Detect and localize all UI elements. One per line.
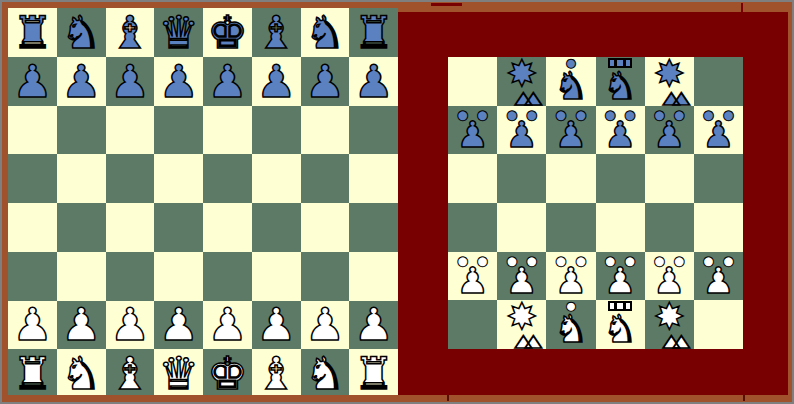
piece-white-double-headed-pawn[interactable]: ●●♟ [546,252,595,301]
square-b3[interactable] [497,203,546,252]
frame-notch [743,395,745,401]
piece-blue-pawn[interactable]: ♟ [301,57,350,106]
piece-part: ♛ [154,8,203,57]
frame-bottom-band [2,395,792,401]
piece-blue-pawn[interactable]: ♟ [8,57,57,106]
square-a7[interactable]: ♟ [8,57,57,106]
square-d6[interactable] [154,106,203,155]
square-f4[interactable] [694,154,743,203]
square-d3[interactable] [154,252,203,301]
square-a8[interactable]: ♜ [8,8,57,57]
piece-part: ▲▲ [636,333,702,349]
piece-part: ♞ [546,67,595,105]
square-d3[interactable] [596,203,645,252]
square-g4[interactable] [301,203,350,252]
square-b6[interactable]: ✸▲▲ [497,57,546,106]
square-c3[interactable] [106,252,155,301]
piece-blue-pawn[interactable]: ♟ [57,57,106,106]
piece-blue-archbishop-knight[interactable]: ♞● [546,57,595,106]
square-b1[interactable]: ✸▲▲ [497,300,546,349]
square-h3[interactable] [349,252,398,301]
square-c2[interactable]: ●●♟ [546,252,595,301]
piece-part: ♛ [154,349,203,398]
piece-white-pawn[interactable]: ♟ [154,301,203,350]
piece-blue-double-headed-pawn[interactable]: ●●♟ [694,106,743,155]
square-a3[interactable] [8,252,57,301]
square-d4[interactable] [154,203,203,252]
piece-blue-knight[interactable]: ♞ [301,8,350,57]
piece-white-pawn[interactable]: ♟ [349,301,398,350]
square-a3[interactable] [448,203,497,252]
square-b6[interactable] [57,106,106,155]
square-h2[interactable]: ♟ [349,301,398,350]
square-c8[interactable]: ♝ [106,8,155,57]
square-d5[interactable] [154,154,203,203]
square-e1[interactable]: ♚ [203,349,252,398]
piece-part: ♜ [8,8,57,57]
piece-part: ● [566,300,576,312]
rook-crown [608,58,632,68]
square-f5[interactable]: ●●♟ [694,106,743,155]
piece-white-rook[interactable]: ♜ [349,349,398,398]
square-f4[interactable] [252,203,301,252]
square-h5[interactable] [349,154,398,203]
square-a1[interactable]: ♜ [8,349,57,398]
square-f2[interactable]: ♟ [252,301,301,350]
piece-part: ✸ [645,56,694,92]
piece-part: ♚ [203,8,252,57]
frame-notch [447,395,449,401]
piece-blue-pawn[interactable]: ♟ [203,57,252,106]
piece-blue-pawn[interactable]: ♟ [106,57,155,106]
piece-white-pawn[interactable]: ♟ [252,301,301,350]
square-g6[interactable] [301,106,350,155]
square-h7[interactable]: ♟ [349,57,398,106]
square-b5[interactable] [57,154,106,203]
square-f7[interactable]: ♟ [252,57,301,106]
square-c4[interactable] [106,203,155,252]
square-b3[interactable] [57,252,106,301]
piece-white-star-piece[interactable]: ✸▲▲ [645,300,694,349]
piece-part: ♜ [349,349,398,398]
square-c1[interactable]: ♞● [546,300,595,349]
piece-blue-star-piece[interactable]: ✸▲▲ [645,57,694,106]
square-g3[interactable] [301,252,350,301]
square-g5[interactable] [301,154,350,203]
piece-part: ♝ [252,349,301,398]
square-g7[interactable]: ♟ [301,57,350,106]
square-d7[interactable]: ♟ [154,57,203,106]
piece-part: ● [566,57,576,69]
piece-blue-rook[interactable]: ♜ [8,8,57,57]
square-e4[interactable] [203,203,252,252]
square-c5[interactable] [106,154,155,203]
square-e2[interactable]: ♟ [203,301,252,350]
square-d1[interactable]: ♛ [154,349,203,398]
square-h8[interactable]: ♜ [349,8,398,57]
piece-white-double-headed-pawn[interactable]: ●●♟ [497,252,546,301]
piece-part: ♟ [57,57,106,106]
piece-blue-double-headed-pawn[interactable]: ●●♟ [645,106,694,155]
square-c5[interactable]: ●●♟ [546,106,595,155]
square-d5[interactable]: ●●♟ [596,106,645,155]
square-b5[interactable]: ●●♟ [497,106,546,155]
square-d2[interactable]: ●●♟ [596,252,645,301]
piece-part: ♞ [57,349,106,398]
piece-blue-pawn[interactable]: ♟ [349,57,398,106]
square-f6[interactable] [694,57,743,106]
frame-notch [431,3,462,6]
piece-part: ♟ [203,57,252,106]
piece-part: ♟ [8,301,57,350]
square-a6[interactable] [8,106,57,155]
piece-part: ♟ [645,262,694,300]
piece-part: ♟ [694,262,743,300]
piece-white-knight[interactable]: ♞ [301,349,350,398]
piece-white-pawn[interactable]: ♟ [203,301,252,350]
square-e8[interactable]: ♚ [203,8,252,57]
square-f1[interactable] [694,300,743,349]
piece-part: ♟ [203,301,252,350]
square-e7[interactable]: ♟ [203,57,252,106]
piece-part: ♟ [301,301,350,350]
piece-blue-rook[interactable]: ♜ [349,8,398,57]
square-a4[interactable] [8,203,57,252]
piece-part: ♟ [497,262,546,300]
square-a5[interactable] [8,154,57,203]
piece-part: ♜ [8,349,57,398]
square-f6[interactable] [252,106,301,155]
square-c6[interactable] [106,106,155,155]
square-e4[interactable] [645,154,694,203]
square-h6[interactable] [349,106,398,155]
piece-part: ▲▲ [636,90,702,106]
square-c2[interactable]: ♟ [106,301,155,350]
piece-part: ♟ [154,57,203,106]
piece-blue-king[interactable]: ♚ [203,8,252,57]
square-g1[interactable]: ♞ [301,349,350,398]
piece-part: ♝ [106,349,155,398]
square-g2[interactable]: ♟ [301,301,350,350]
piece-part: ✸ [497,299,546,335]
piece-part: ♟ [546,116,595,154]
main-chess-board[interactable]: ♜♞♝♛♚♝♞♜♟♟♟♟♟♟♟♟♟♟♟♟♟♟♟♟♜♞♝♛♚♝♞♜ [8,8,398,398]
piece-part: ♝ [106,8,155,57]
piece-white-double-headed-pawn[interactable]: ●●♟ [694,252,743,301]
piece-part: ♞ [301,8,350,57]
piece-white-queen[interactable]: ♛ [154,349,203,398]
square-b7[interactable]: ♟ [57,57,106,106]
piece-part: ♟ [106,57,155,106]
square-e3[interactable] [645,203,694,252]
square-a5[interactable]: ●●♟ [448,106,497,155]
square-c6[interactable]: ♞● [546,57,595,106]
square-d2[interactable]: ♟ [154,301,203,350]
square-b2[interactable]: ●●♟ [497,252,546,301]
square-d8[interactable]: ♛ [154,8,203,57]
piece-white-double-headed-pawn[interactable]: ●●♟ [596,252,645,301]
square-f5[interactable] [252,154,301,203]
square-e5[interactable]: ●●♟ [645,106,694,155]
piece-part: ♟ [106,301,155,350]
square-c7[interactable]: ♟ [106,57,155,106]
piece-part: ♜ [349,8,398,57]
piece-part: ▲▲ [489,333,555,349]
piece-white-double-headed-pawn[interactable]: ●●♟ [645,252,694,301]
piece-white-bishop[interactable]: ♝ [252,349,301,398]
application-window: ♜♞♝♛♚♝♞♜♟♟♟♟♟♟♟♟♟♟♟♟♟♟♟♟♜♞♝♛♚♝♞♜ ✸▲▲♞●♞✸… [0,0,794,404]
square-h1[interactable]: ♜ [349,349,398,398]
piece-part: ♞ [57,8,106,57]
square-e3[interactable] [203,252,252,301]
piece-part: ✸ [645,299,694,335]
square-b4[interactable] [497,154,546,203]
piece-white-double-headed-pawn[interactable]: ●●♟ [448,252,497,301]
piece-blue-queen[interactable]: ♛ [154,8,203,57]
mini-variant-board[interactable]: ✸▲▲♞●♞✸▲▲●●♟●●♟●●♟●●♟●●♟●●♟●●♟●●♟●●♟●●♟●… [448,57,743,349]
piece-part: ♟ [154,301,203,350]
square-c3[interactable] [546,203,595,252]
square-f1[interactable]: ♝ [252,349,301,398]
piece-part: ♟ [645,116,694,154]
square-f8[interactable]: ♝ [252,8,301,57]
piece-white-pawn[interactable]: ♟ [8,301,57,350]
piece-part: ♟ [57,301,106,350]
piece-part: ♟ [497,116,546,154]
square-b1[interactable]: ♞ [57,349,106,398]
square-e1[interactable]: ✸▲▲ [645,300,694,349]
square-f3[interactable] [252,252,301,301]
piece-blue-pawn[interactable]: ♟ [252,57,301,106]
piece-part: ♞ [546,310,595,348]
square-h4[interactable] [349,203,398,252]
square-c1[interactable]: ♝ [106,349,155,398]
piece-part: ♟ [448,262,497,300]
piece-part: ♟ [596,116,645,154]
piece-blue-double-headed-pawn[interactable]: ●●♟ [497,106,546,155]
piece-white-pawn[interactable]: ♟ [57,301,106,350]
square-a2[interactable]: ♟ [8,301,57,350]
piece-part: ♟ [448,116,497,154]
square-c4[interactable] [546,154,595,203]
piece-blue-pawn[interactable]: ♟ [154,57,203,106]
piece-white-pawn[interactable]: ♟ [301,301,350,350]
piece-part: ✸ [497,56,546,92]
square-g8[interactable]: ♞ [301,8,350,57]
square-e2[interactable]: ●●♟ [645,252,694,301]
piece-part: ♟ [596,262,645,300]
piece-part: ♟ [8,57,57,106]
piece-white-pawn[interactable]: ♟ [106,301,155,350]
piece-blue-double-headed-pawn[interactable]: ●●♟ [448,106,497,155]
piece-white-knight[interactable]: ♞ [57,349,106,398]
frame-notch [741,3,743,12]
piece-blue-star-piece[interactable]: ✸▲▲ [497,57,546,106]
piece-white-rook[interactable]: ♜ [8,349,57,398]
piece-white-archbishop-knight[interactable]: ♞● [546,300,595,349]
square-d4[interactable] [596,154,645,203]
piece-blue-bishop[interactable]: ♝ [106,8,155,57]
piece-part: ♟ [252,301,301,350]
piece-part: ♞ [301,349,350,398]
piece-part: ♟ [301,57,350,106]
piece-blue-bishop[interactable]: ♝ [252,8,301,57]
square-e5[interactable] [203,154,252,203]
piece-white-king[interactable]: ♚ [203,349,252,398]
square-a4[interactable] [448,154,497,203]
piece-blue-knight[interactable]: ♞ [57,8,106,57]
piece-part: ♟ [349,301,398,350]
piece-part: ▲▲ [489,90,555,106]
piece-white-star-piece[interactable]: ✸▲▲ [497,300,546,349]
rook-crown [608,301,632,311]
piece-part: ♝ [252,8,301,57]
piece-blue-double-headed-pawn[interactable]: ●●♟ [596,106,645,155]
piece-part: ♟ [349,57,398,106]
square-e6[interactable]: ✸▲▲ [645,57,694,106]
piece-white-bishop[interactable]: ♝ [106,349,155,398]
square-f2[interactable]: ●●♟ [694,252,743,301]
piece-part: ♚ [203,349,252,398]
piece-part: ♟ [252,57,301,106]
square-b8[interactable]: ♞ [57,8,106,57]
square-b4[interactable] [57,203,106,252]
square-b2[interactable]: ♟ [57,301,106,350]
piece-blue-double-headed-pawn[interactable]: ●●♟ [546,106,595,155]
piece-part: ♟ [694,116,743,154]
square-a2[interactable]: ●●♟ [448,252,497,301]
square-e6[interactable] [203,106,252,155]
square-f3[interactable] [694,203,743,252]
piece-part: ♟ [546,262,595,300]
